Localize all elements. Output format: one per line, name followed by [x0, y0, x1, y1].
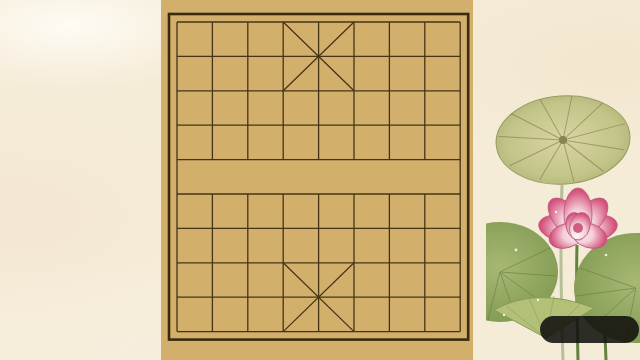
lotus-illustration: [486, 0, 640, 360]
video-frame: [0, 0, 640, 360]
piece-grid: [159, 5, 478, 349]
lotus-leaf-top: [493, 91, 633, 188]
channel-watermark: [540, 316, 639, 343]
lotus-flower: [536, 188, 620, 253]
